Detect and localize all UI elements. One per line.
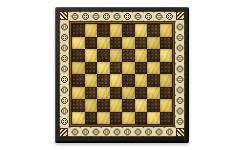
square-b4[interactable] xyxy=(85,74,98,87)
square-e4[interactable] xyxy=(122,74,135,87)
square-h4[interactable] xyxy=(160,74,173,87)
square-e7[interactable] xyxy=(122,37,135,50)
square-f7[interactable] xyxy=(135,37,148,50)
square-f3[interactable] xyxy=(135,87,148,100)
square-h1[interactable] xyxy=(160,112,173,125)
square-e1[interactable] xyxy=(122,112,135,125)
square-d4[interactable] xyxy=(110,74,123,87)
square-e3[interactable] xyxy=(122,87,135,100)
square-e5[interactable] xyxy=(122,62,135,75)
square-a7[interactable] xyxy=(72,37,85,50)
square-c7[interactable] xyxy=(97,37,110,50)
square-b2[interactable] xyxy=(85,99,98,112)
square-c8[interactable] xyxy=(97,24,110,37)
square-e6[interactable] xyxy=(122,49,135,62)
square-f8[interactable] xyxy=(135,24,148,37)
square-d1[interactable] xyxy=(110,112,123,125)
chessboard xyxy=(55,7,189,143)
square-c3[interactable] xyxy=(97,87,110,100)
photo-background xyxy=(0,0,240,150)
square-a4[interactable] xyxy=(72,74,85,87)
square-h2[interactable] xyxy=(160,99,173,112)
square-b7[interactable] xyxy=(85,37,98,50)
square-c6[interactable] xyxy=(97,49,110,62)
square-d7[interactable] xyxy=(110,37,123,50)
square-g1[interactable] xyxy=(147,112,160,125)
square-d2[interactable] xyxy=(110,99,123,112)
square-g6[interactable] xyxy=(147,49,160,62)
square-g3[interactable] xyxy=(147,87,160,100)
square-a8[interactable] xyxy=(72,24,85,37)
square-f5[interactable] xyxy=(135,62,148,75)
square-h3[interactable] xyxy=(160,87,173,100)
square-a5[interactable] xyxy=(72,62,85,75)
square-g2[interactable] xyxy=(147,99,160,112)
square-b1[interactable] xyxy=(85,112,98,125)
square-f2[interactable] xyxy=(135,99,148,112)
square-d5[interactable] xyxy=(110,62,123,75)
square-h7[interactable] xyxy=(160,37,173,50)
square-a1[interactable] xyxy=(72,112,85,125)
square-b6[interactable] xyxy=(85,49,98,62)
square-a3[interactable] xyxy=(72,87,85,100)
square-h8[interactable] xyxy=(160,24,173,37)
board-field xyxy=(72,24,172,124)
square-f1[interactable] xyxy=(135,112,148,125)
square-g7[interactable] xyxy=(147,37,160,50)
square-f6[interactable] xyxy=(135,49,148,62)
square-c2[interactable] xyxy=(97,99,110,112)
square-d8[interactable] xyxy=(110,24,123,37)
square-e2[interactable] xyxy=(122,99,135,112)
corner-ornament-bottom-left xyxy=(59,128,68,137)
corner-ornament-top-left xyxy=(59,11,68,20)
square-g4[interactable] xyxy=(147,74,160,87)
square-c4[interactable] xyxy=(97,74,110,87)
square-b3[interactable] xyxy=(85,87,98,100)
square-e8[interactable] xyxy=(122,24,135,37)
square-g8[interactable] xyxy=(147,24,160,37)
square-a2[interactable] xyxy=(72,99,85,112)
square-g5[interactable] xyxy=(147,62,160,75)
square-a6[interactable] xyxy=(72,49,85,62)
corner-ornament-top-right xyxy=(176,11,185,20)
square-h6[interactable] xyxy=(160,49,173,62)
square-d3[interactable] xyxy=(110,87,123,100)
square-h5[interactable] xyxy=(160,62,173,75)
square-b5[interactable] xyxy=(85,62,98,75)
corner-ornament-bottom-right xyxy=(176,128,185,137)
square-f4[interactable] xyxy=(135,74,148,87)
square-c5[interactable] xyxy=(97,62,110,75)
square-d6[interactable] xyxy=(110,49,123,62)
mosaic-ornament-border xyxy=(59,11,185,137)
square-c1[interactable] xyxy=(97,112,110,125)
chestnut-trim-band xyxy=(70,22,174,126)
square-b8[interactable] xyxy=(85,24,98,37)
inner-trim-line xyxy=(69,21,175,127)
